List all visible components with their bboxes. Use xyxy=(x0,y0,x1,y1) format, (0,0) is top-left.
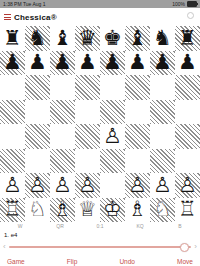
move-list: 1. e4 xyxy=(0,230,200,240)
square-b1[interactable]: ♞♘ xyxy=(25,198,50,223)
square-e3[interactable] xyxy=(100,149,125,174)
square-g8[interactable]: ♞ xyxy=(150,26,175,51)
move-text: 1. e4 xyxy=(4,232,17,238)
piece-outline: ♙ xyxy=(25,173,50,198)
piece-white-rook[interactable]: ♜♖ xyxy=(0,198,25,223)
battery-icon xyxy=(187,1,197,7)
square-f4[interactable] xyxy=(125,124,150,149)
square-b5[interactable] xyxy=(25,100,50,125)
piece-outline: ♖ xyxy=(175,198,200,223)
square-c6[interactable] xyxy=(50,75,75,100)
square-d7[interactable]: ♟ xyxy=(75,51,100,76)
square-g5[interactable] xyxy=(150,100,175,125)
square-e2[interactable] xyxy=(100,173,125,198)
square-e8[interactable]: ♚ xyxy=(100,26,125,51)
chevron-left-icon[interactable]: ‹ xyxy=(3,243,6,251)
square-e5[interactable] xyxy=(100,100,125,125)
square-a4[interactable] xyxy=(0,124,25,149)
piece-outline: ♘ xyxy=(150,198,175,223)
piece-outline: ♙ xyxy=(50,173,75,198)
square-c8[interactable]: ♝ xyxy=(50,26,75,51)
square-c4[interactable] xyxy=(50,124,75,149)
status-bar: 1:38 PM Tue Aug 1 100% xyxy=(0,0,200,8)
square-a7[interactable]: ♟ xyxy=(0,51,25,76)
status-strip-item-2: 0:1 xyxy=(80,223,120,229)
piece-outline: ♘ xyxy=(25,198,50,223)
square-e6[interactable] xyxy=(100,75,125,100)
piece-white-pawn[interactable]: ♟♙ xyxy=(50,173,75,198)
piece-black-pawn[interactable]: ♟ xyxy=(175,51,200,76)
square-c5[interactable] xyxy=(50,100,75,125)
flip-button[interactable]: Flip xyxy=(67,258,77,265)
square-f2[interactable]: ♟♙ xyxy=(125,173,150,198)
square-f8[interactable]: ♝ xyxy=(125,26,150,51)
status-strip-item-0: W xyxy=(0,223,40,229)
square-g4[interactable] xyxy=(150,124,175,149)
piece-white-knight[interactable]: ♞♘ xyxy=(25,198,50,223)
square-a3[interactable] xyxy=(0,149,25,174)
square-h8[interactable]: ♜ xyxy=(175,26,200,51)
menu-icon[interactable] xyxy=(4,14,11,20)
square-d4[interactable] xyxy=(75,124,100,149)
piece-black-king[interactable]: ♚ xyxy=(100,26,125,51)
piece-white-pawn[interactable]: ♟♙ xyxy=(25,173,50,198)
piece-white-knight[interactable]: ♞♘ xyxy=(150,198,175,223)
square-f3[interactable] xyxy=(125,149,150,174)
square-c2[interactable]: ♟♙ xyxy=(50,173,75,198)
status-strip-item-4: B xyxy=(160,223,200,229)
piece-black-pawn[interactable]: ♟ xyxy=(50,51,75,76)
piece-white-pawn[interactable]: ♟♙ xyxy=(100,124,125,149)
square-h4[interactable] xyxy=(175,124,200,149)
game-button[interactable]: Game xyxy=(7,258,25,265)
square-f6[interactable] xyxy=(125,75,150,100)
piece-black-bishop[interactable]: ♝ xyxy=(125,26,150,51)
piece-white-pawn[interactable]: ♟♙ xyxy=(125,173,150,198)
piece-white-pawn[interactable]: ♟♙ xyxy=(175,173,200,198)
square-a5[interactable] xyxy=(0,100,25,125)
square-g7[interactable]: ♟ xyxy=(150,51,175,76)
square-a1[interactable]: ♜♖ xyxy=(0,198,25,223)
square-f5[interactable] xyxy=(125,100,150,125)
piece-black-rook[interactable]: ♜ xyxy=(175,26,200,51)
piece-outline: ♔ xyxy=(100,198,125,223)
status-strip-item-3: KQ xyxy=(120,223,160,229)
square-b2[interactable]: ♟♙ xyxy=(25,173,50,198)
bottom-toolbar: GameFlipUndoMove xyxy=(0,254,200,266)
piece-white-bishop[interactable]: ♝♗ xyxy=(50,198,75,223)
piece-black-pawn[interactable]: ♟ xyxy=(150,51,175,76)
square-a2[interactable]: ♟♙ xyxy=(0,173,25,198)
piece-black-knight[interactable]: ♞ xyxy=(150,26,175,51)
piece-white-pawn[interactable]: ♟♙ xyxy=(0,173,25,198)
square-d8[interactable]: ♛ xyxy=(75,26,100,51)
piece-outline: ♗ xyxy=(125,198,150,223)
square-c3[interactable] xyxy=(50,149,75,174)
chess-board: ♜♞♝♛♚♝♞♜♟♟♟♟♟♟♟♟♟♙♟♙♟♙♟♙♟♙♟♙♟♙♟♙♜♖♞♘♝♗♛♕… xyxy=(0,26,200,222)
square-b3[interactable] xyxy=(25,149,50,174)
square-h5[interactable] xyxy=(175,100,200,125)
move-slider-row: ‹ › xyxy=(0,240,200,254)
square-d2[interactable]: ♟♙ xyxy=(75,173,100,198)
slider-handle[interactable] xyxy=(180,243,189,252)
move-button[interactable]: Move xyxy=(177,258,193,265)
piece-white-pawn[interactable]: ♟♙ xyxy=(75,173,100,198)
piece-outline: ♖ xyxy=(0,198,25,223)
app-header: Chessica® xyxy=(0,8,200,26)
square-c7[interactable]: ♟ xyxy=(50,51,75,76)
square-b6[interactable] xyxy=(25,75,50,100)
square-g1[interactable]: ♞♘ xyxy=(150,198,175,223)
square-h2[interactable]: ♟♙ xyxy=(175,173,200,198)
square-a6[interactable] xyxy=(0,75,25,100)
piece-outline: ♙ xyxy=(75,173,100,198)
square-c1[interactable]: ♝♗ xyxy=(50,198,75,223)
square-h3[interactable] xyxy=(175,149,200,174)
square-f7[interactable]: ♟ xyxy=(125,51,150,76)
square-d1[interactable]: ♛♕ xyxy=(75,198,100,223)
piece-black-pawn[interactable]: ♟ xyxy=(0,51,25,76)
piece-black-pawn[interactable]: ♟ xyxy=(75,51,100,76)
square-b8[interactable]: ♞ xyxy=(25,26,50,51)
piece-outline: ♙ xyxy=(125,173,150,198)
chevron-right-icon[interactable]: › xyxy=(194,243,197,251)
status-strip: WQR0:1KQB xyxy=(0,222,200,230)
square-g2[interactable]: ♟♙ xyxy=(150,173,175,198)
piece-black-pawn[interactable]: ♟ xyxy=(125,51,150,76)
square-g3[interactable] xyxy=(150,149,175,174)
square-e7[interactable]: ♟ xyxy=(100,51,125,76)
square-e1[interactable]: ♚♔ xyxy=(100,198,125,223)
piece-outline: ♙ xyxy=(100,124,125,149)
app-title: Chessica® xyxy=(14,13,57,22)
square-h1[interactable]: ♜♖ xyxy=(175,198,200,223)
piece-white-rook[interactable]: ♜♖ xyxy=(175,198,200,223)
piece-outline: ♙ xyxy=(175,173,200,198)
piece-black-bishop[interactable]: ♝ xyxy=(50,26,75,51)
square-d3[interactable] xyxy=(75,149,100,174)
piece-white-queen[interactable]: ♛♕ xyxy=(75,198,100,223)
square-d6[interactable] xyxy=(75,75,100,100)
move-slider[interactable] xyxy=(9,246,192,248)
square-d5[interactable] xyxy=(75,100,100,125)
piece-white-pawn[interactable]: ♟♙ xyxy=(150,173,175,198)
status-strip-item-1: QR xyxy=(40,223,80,229)
piece-black-rook[interactable]: ♜ xyxy=(0,26,25,51)
piece-outline: ♗ xyxy=(50,198,75,223)
square-b4[interactable] xyxy=(25,124,50,149)
square-h7[interactable]: ♟ xyxy=(175,51,200,76)
square-g6[interactable] xyxy=(150,75,175,100)
gear-icon[interactable] xyxy=(187,12,194,19)
square-e4[interactable]: ♟♙ xyxy=(100,124,125,149)
square-h6[interactable] xyxy=(175,75,200,100)
piece-black-pawn[interactable]: ♟ xyxy=(25,51,50,76)
square-b7[interactable]: ♟ xyxy=(25,51,50,76)
undo-button[interactable]: Undo xyxy=(119,258,135,265)
battery-percent: 100% xyxy=(172,1,185,7)
status-bar-time: 1:38 PM Tue Aug 1 xyxy=(3,1,46,7)
piece-white-king[interactable]: ♚♔ xyxy=(100,198,125,223)
piece-outline: ♙ xyxy=(150,173,175,198)
piece-black-queen[interactable]: ♛ xyxy=(75,26,100,51)
square-f1[interactable]: ♝♗ xyxy=(125,198,150,223)
piece-white-bishop[interactable]: ♝♗ xyxy=(125,198,150,223)
piece-black-pawn[interactable]: ♟ xyxy=(100,51,125,76)
piece-outline: ♕ xyxy=(75,198,100,223)
piece-outline: ♙ xyxy=(0,173,25,198)
piece-black-knight[interactable]: ♞ xyxy=(25,26,50,51)
square-a8[interactable]: ♜ xyxy=(0,26,25,51)
